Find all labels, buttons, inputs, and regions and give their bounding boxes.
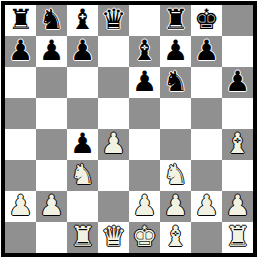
square-b8[interactable]: ♞ [36, 5, 67, 36]
white-queen: ♛ [101, 222, 126, 252]
white-bishop: ♝ [163, 222, 188, 252]
white-bishop: ♝ [225, 129, 250, 159]
white-rook: ♜ [225, 222, 250, 252]
square-c2[interactable] [67, 191, 98, 222]
square-f4[interactable] [160, 129, 191, 160]
square-g5[interactable] [191, 98, 222, 129]
square-b1[interactable] [36, 222, 67, 253]
square-d4[interactable]: ♟ [98, 129, 129, 160]
square-a8[interactable]: ♜ [5, 5, 36, 36]
white-knight: ♞ [70, 160, 95, 190]
square-g8[interactable]: ♚ [191, 5, 222, 36]
square-h4[interactable]: ♝ [222, 129, 253, 160]
black-pawn: ♟ [194, 36, 219, 66]
square-e2[interactable]: ♟ [129, 191, 160, 222]
chess-diagram: ♜♞♝♛♜♚♟♟♟♝♟♟♟♞♟♟♟♝♞♞♟♟♟♟♟♟♜♛♚♝♜ [0, 0, 264, 264]
square-f3[interactable]: ♞ [160, 160, 191, 191]
black-pawn: ♟ [225, 67, 250, 97]
square-b6[interactable] [36, 67, 67, 98]
black-pawn: ♟ [8, 36, 33, 66]
square-e8[interactable] [129, 5, 160, 36]
square-c3[interactable]: ♞ [67, 160, 98, 191]
square-g4[interactable] [191, 129, 222, 160]
square-b3[interactable] [36, 160, 67, 191]
black-king: ♚ [194, 5, 219, 35]
black-rook: ♜ [163, 5, 188, 35]
square-h8[interactable] [222, 5, 253, 36]
square-a2[interactable]: ♟ [5, 191, 36, 222]
black-pawn: ♟ [163, 36, 188, 66]
square-c4[interactable]: ♟ [67, 129, 98, 160]
black-pawn: ♟ [70, 129, 95, 159]
square-h2[interactable]: ♟ [222, 191, 253, 222]
square-e1[interactable]: ♚ [129, 222, 160, 253]
square-b2[interactable]: ♟ [36, 191, 67, 222]
black-knight: ♞ [39, 5, 64, 35]
square-f1[interactable]: ♝ [160, 222, 191, 253]
square-d6[interactable] [98, 67, 129, 98]
square-e6[interactable]: ♟ [129, 67, 160, 98]
square-c1[interactable]: ♜ [67, 222, 98, 253]
square-h1[interactable]: ♜ [222, 222, 253, 253]
square-f6[interactable]: ♞ [160, 67, 191, 98]
square-d3[interactable] [98, 160, 129, 191]
white-pawn: ♟ [163, 191, 188, 221]
square-h7[interactable] [222, 36, 253, 67]
white-rook: ♜ [70, 222, 95, 252]
chess-board: ♜♞♝♛♜♚♟♟♟♝♟♟♟♞♟♟♟♝♞♞♟♟♟♟♟♟♜♛♚♝♜ [5, 5, 253, 253]
square-g1[interactable] [191, 222, 222, 253]
black-bishop: ♝ [132, 36, 157, 66]
square-g2[interactable]: ♟ [191, 191, 222, 222]
white-pawn: ♟ [132, 191, 157, 221]
square-f8[interactable]: ♜ [160, 5, 191, 36]
white-knight: ♞ [163, 160, 188, 190]
square-g6[interactable] [191, 67, 222, 98]
black-queen: ♛ [101, 5, 126, 35]
square-f7[interactable]: ♟ [160, 36, 191, 67]
black-rook: ♜ [8, 5, 33, 35]
square-c5[interactable] [67, 98, 98, 129]
square-e3[interactable] [129, 160, 160, 191]
square-g7[interactable]: ♟ [191, 36, 222, 67]
square-d5[interactable] [98, 98, 129, 129]
square-a7[interactable]: ♟ [5, 36, 36, 67]
black-knight: ♞ [163, 67, 188, 97]
square-d2[interactable] [98, 191, 129, 222]
board-frame: ♜♞♝♛♜♚♟♟♟♝♟♟♟♞♟♟♟♝♞♞♟♟♟♟♟♟♜♛♚♝♜ [1, 1, 257, 257]
square-c6[interactable] [67, 67, 98, 98]
square-h5[interactable] [222, 98, 253, 129]
square-a5[interactable] [5, 98, 36, 129]
square-g3[interactable] [191, 160, 222, 191]
white-pawn: ♟ [8, 191, 33, 221]
square-a1[interactable] [5, 222, 36, 253]
square-c7[interactable]: ♟ [67, 36, 98, 67]
square-f5[interactable] [160, 98, 191, 129]
white-pawn: ♟ [194, 191, 219, 221]
square-e7[interactable]: ♝ [129, 36, 160, 67]
square-d7[interactable] [98, 36, 129, 67]
square-a6[interactable] [5, 67, 36, 98]
square-h6[interactable]: ♟ [222, 67, 253, 98]
white-pawn: ♟ [225, 191, 250, 221]
black-pawn: ♟ [132, 67, 157, 97]
white-king: ♚ [132, 222, 157, 252]
square-f2[interactable]: ♟ [160, 191, 191, 222]
white-pawn: ♟ [39, 191, 64, 221]
square-b7[interactable]: ♟ [36, 36, 67, 67]
square-a4[interactable] [5, 129, 36, 160]
white-pawn: ♟ [101, 129, 126, 159]
black-pawn: ♟ [39, 36, 64, 66]
square-d8[interactable]: ♛ [98, 5, 129, 36]
square-h3[interactable] [222, 160, 253, 191]
black-bishop: ♝ [70, 5, 95, 35]
square-e5[interactable] [129, 98, 160, 129]
square-b5[interactable] [36, 98, 67, 129]
square-a3[interactable] [5, 160, 36, 191]
square-d1[interactable]: ♛ [98, 222, 129, 253]
black-pawn: ♟ [70, 36, 95, 66]
square-c8[interactable]: ♝ [67, 5, 98, 36]
square-e4[interactable] [129, 129, 160, 160]
square-b4[interactable] [36, 129, 67, 160]
